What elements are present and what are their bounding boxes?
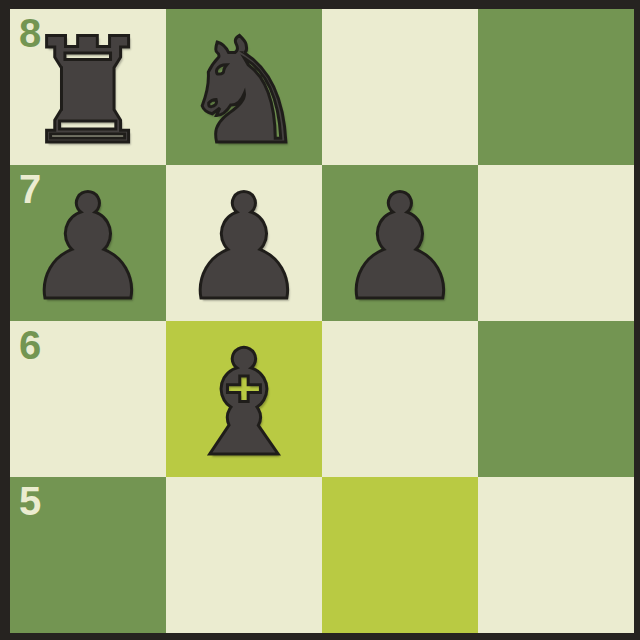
rank-label-5: 5: [19, 479, 41, 523]
black-bishop[interactable]: ♝: [166, 325, 322, 481]
black-pawn[interactable]: ♟: [322, 169, 478, 325]
square-c5-highlighted[interactable]: [322, 477, 478, 633]
square-d8[interactable]: [478, 9, 634, 165]
square-a6[interactable]: 6: [10, 321, 166, 477]
square-c6[interactable]: [322, 321, 478, 477]
black-rook[interactable]: ♜: [10, 13, 166, 169]
square-b5[interactable]: [166, 477, 322, 633]
square-a7[interactable]: 7 ♟: [10, 165, 166, 321]
square-b6-highlighted[interactable]: ♝: [166, 321, 322, 477]
chess-board: 8 ♜ ♞ 7 ♟ ♟ ♟ 6 ♝ 5: [10, 9, 634, 633]
square-a8[interactable]: 8 ♜: [10, 9, 166, 165]
square-c7[interactable]: ♟: [322, 165, 478, 321]
black-pawn[interactable]: ♟: [10, 169, 166, 325]
square-c8[interactable]: [322, 9, 478, 165]
square-d5[interactable]: [478, 477, 634, 633]
rank-label-6: 6: [19, 323, 41, 367]
square-d6[interactable]: [478, 321, 634, 477]
square-b8[interactable]: ♞: [166, 9, 322, 165]
black-pawn[interactable]: ♟: [166, 169, 322, 325]
black-knight[interactable]: ♞: [166, 13, 322, 169]
square-a5[interactable]: 5: [10, 477, 166, 633]
square-b7[interactable]: ♟: [166, 165, 322, 321]
square-d7[interactable]: [478, 165, 634, 321]
